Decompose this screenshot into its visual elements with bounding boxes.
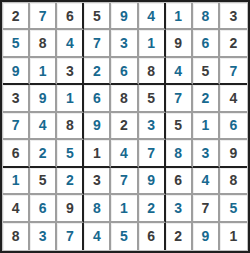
sudoku-cell-r7c2[interactable]: 5 — [30, 168, 57, 195]
sudoku-cell-r8c6[interactable]: 2 — [139, 195, 166, 222]
sudoku-cell-r8c7[interactable]: 3 — [166, 195, 193, 222]
sudoku-cell-r1c5[interactable]: 9 — [111, 3, 138, 30]
sudoku-cell-r8c4[interactable]: 8 — [84, 195, 111, 222]
sudoku-cell-r8c5[interactable]: 1 — [111, 195, 138, 222]
sudoku-cell-r4c1[interactable]: 3 — [3, 85, 30, 112]
sudoku-cell-r3c2[interactable]: 1 — [30, 58, 57, 85]
sudoku-cell-r2c7[interactable]: 9 — [166, 30, 193, 57]
sudoku-cell-r8c1[interactable]: 4 — [3, 195, 30, 222]
sudoku-cell-r7c6[interactable]: 9 — [139, 168, 166, 195]
sudoku-cell-r8c2[interactable]: 6 — [30, 195, 57, 222]
sudoku-cell-r9c4[interactable]: 4 — [84, 223, 111, 250]
sudoku-cell-r3c8[interactable]: 5 — [193, 58, 220, 85]
sudoku-cell-r1c3[interactable]: 6 — [57, 3, 84, 30]
sudoku-cell-r5c6[interactable]: 3 — [139, 113, 166, 140]
sudoku-cell-r9c2[interactable]: 3 — [30, 223, 57, 250]
sudoku-cell-r1c8[interactable]: 8 — [193, 3, 220, 30]
sudoku-cell-r7c9[interactable]: 8 — [220, 168, 247, 195]
sudoku-cell-r6c3[interactable]: 5 — [57, 140, 84, 167]
sudoku-cell-r2c4[interactable]: 7 — [84, 30, 111, 57]
sudoku-cell-r1c9[interactable]: 3 — [220, 3, 247, 30]
sudoku-cell-r4c9[interactable]: 4 — [220, 85, 247, 112]
sudoku-cell-r5c1[interactable]: 7 — [3, 113, 30, 140]
sudoku-cell-r3c4[interactable]: 2 — [84, 58, 111, 85]
sudoku-cell-r6c4[interactable]: 1 — [84, 140, 111, 167]
sudoku-cell-r6c1[interactable]: 6 — [3, 140, 30, 167]
sudoku-cell-r5c4[interactable]: 9 — [84, 113, 111, 140]
sudoku-cell-r2c5[interactable]: 3 — [111, 30, 138, 57]
sudoku-cell-r2c9[interactable]: 2 — [220, 30, 247, 57]
sudoku-cell-r9c5[interactable]: 5 — [111, 223, 138, 250]
sudoku-cell-r9c6[interactable]: 6 — [139, 223, 166, 250]
sudoku-cell-r9c8[interactable]: 9 — [193, 223, 220, 250]
sudoku-cell-r7c3[interactable]: 2 — [57, 168, 84, 195]
sudoku-cell-r4c6[interactable]: 5 — [139, 85, 166, 112]
sudoku-cell-r5c5[interactable]: 2 — [111, 113, 138, 140]
sudoku-board: 2765941835847319629132684573916857247489… — [0, 0, 250, 253]
sudoku-cell-r9c9[interactable]: 1 — [220, 223, 247, 250]
sudoku-cell-r9c3[interactable]: 7 — [57, 223, 84, 250]
sudoku-cell-r6c5[interactable]: 4 — [111, 140, 138, 167]
sudoku-cell-r5c2[interactable]: 4 — [30, 113, 57, 140]
sudoku-cell-r2c3[interactable]: 4 — [57, 30, 84, 57]
sudoku-cell-r4c4[interactable]: 6 — [84, 85, 111, 112]
sudoku-cell-r5c9[interactable]: 6 — [220, 113, 247, 140]
sudoku-cell-r4c5[interactable]: 8 — [111, 85, 138, 112]
sudoku-cell-r1c7[interactable]: 1 — [166, 3, 193, 30]
sudoku-cell-r2c2[interactable]: 8 — [30, 30, 57, 57]
sudoku-cell-r8c3[interactable]: 9 — [57, 195, 84, 222]
sudoku-cell-r3c7[interactable]: 4 — [166, 58, 193, 85]
sudoku-cell-r3c6[interactable]: 8 — [139, 58, 166, 85]
sudoku-cell-r4c3[interactable]: 1 — [57, 85, 84, 112]
sudoku-cell-r2c8[interactable]: 6 — [193, 30, 220, 57]
sudoku-cell-r6c9[interactable]: 9 — [220, 140, 247, 167]
sudoku-cell-r8c9[interactable]: 5 — [220, 195, 247, 222]
sudoku-cell-r2c6[interactable]: 1 — [139, 30, 166, 57]
sudoku-cell-r9c7[interactable]: 2 — [166, 223, 193, 250]
sudoku-cell-r2c1[interactable]: 5 — [3, 30, 30, 57]
sudoku-cell-r6c7[interactable]: 8 — [166, 140, 193, 167]
sudoku-cell-r5c3[interactable]: 8 — [57, 113, 84, 140]
sudoku-cell-r6c8[interactable]: 3 — [193, 140, 220, 167]
sudoku-cell-r3c5[interactable]: 6 — [111, 58, 138, 85]
sudoku-cell-r1c4[interactable]: 5 — [84, 3, 111, 30]
sudoku-cell-r5c8[interactable]: 1 — [193, 113, 220, 140]
sudoku-cell-r7c5[interactable]: 7 — [111, 168, 138, 195]
sudoku-cell-r3c9[interactable]: 7 — [220, 58, 247, 85]
sudoku-cell-r5c7[interactable]: 5 — [166, 113, 193, 140]
sudoku-cell-r6c2[interactable]: 2 — [30, 140, 57, 167]
sudoku-cell-r1c6[interactable]: 4 — [139, 3, 166, 30]
sudoku-cell-r4c8[interactable]: 2 — [193, 85, 220, 112]
sudoku-cell-r4c2[interactable]: 9 — [30, 85, 57, 112]
sudoku-cell-r7c1[interactable]: 1 — [3, 168, 30, 195]
sudoku-cell-r9c1[interactable]: 8 — [3, 223, 30, 250]
sudoku-cell-r3c3[interactable]: 3 — [57, 58, 84, 85]
sudoku-cell-r4c7[interactable]: 7 — [166, 85, 193, 112]
sudoku-cell-r7c4[interactable]: 3 — [84, 168, 111, 195]
sudoku-cell-r1c2[interactable]: 7 — [30, 3, 57, 30]
sudoku-cell-r8c8[interactable]: 7 — [193, 195, 220, 222]
sudoku-cell-r7c7[interactable]: 6 — [166, 168, 193, 195]
sudoku-cell-r6c6[interactable]: 7 — [139, 140, 166, 167]
sudoku-cell-r7c8[interactable]: 4 — [193, 168, 220, 195]
sudoku-cell-r3c1[interactable]: 9 — [3, 58, 30, 85]
sudoku-cell-r1c1[interactable]: 2 — [3, 3, 30, 30]
